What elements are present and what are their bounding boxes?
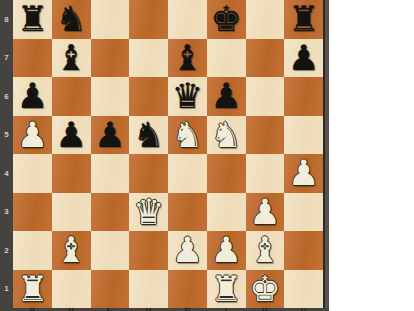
- square-f2[interactable]: ♟: [207, 231, 246, 270]
- square-f6[interactable]: ♟: [207, 77, 246, 116]
- square-d4[interactable]: [129, 154, 168, 193]
- black-pawn-icon: ♟: [210, 77, 241, 115]
- square-c7[interactable]: [91, 39, 130, 78]
- square-a3[interactable]: [13, 193, 52, 232]
- white-pawn-icon: ♟: [17, 116, 48, 154]
- square-b6[interactable]: [52, 77, 91, 116]
- white-pawn-icon: ♟: [249, 193, 280, 231]
- white-bishop-icon: ♝: [249, 231, 280, 269]
- square-b5[interactable]: ♟: [52, 116, 91, 155]
- square-e7[interactable]: ♝: [168, 39, 207, 78]
- square-g5[interactable]: [246, 116, 285, 155]
- square-d5[interactable]: ♞: [129, 116, 168, 155]
- square-e6[interactable]: ♛: [168, 77, 207, 116]
- square-c6[interactable]: [91, 77, 130, 116]
- rank-label-4: 4: [0, 154, 13, 193]
- square-e8[interactable]: [168, 0, 207, 39]
- square-a2[interactable]: [13, 231, 52, 270]
- square-f8[interactable]: ♚: [207, 0, 246, 39]
- chess-diagram: 87654321 ♜♞♚♜♝♝♟♟♛♟♟♟♟♞♞♞♟♛♟♝♟♟♝♜♜♚ abcd…: [0, 0, 414, 311]
- board-right-border: [323, 0, 329, 311]
- black-king-icon: ♚: [210, 0, 241, 38]
- rank-labels: 87654321: [0, 0, 13, 308]
- square-g2[interactable]: ♝: [246, 231, 285, 270]
- white-rook-icon: ♜: [210, 270, 241, 308]
- square-b2[interactable]: ♝: [52, 231, 91, 270]
- square-b7[interactable]: ♝: [52, 39, 91, 78]
- square-a7[interactable]: [13, 39, 52, 78]
- black-knight-icon: ♞: [133, 116, 164, 154]
- black-pawn-icon: ♟: [288, 39, 319, 77]
- square-a5[interactable]: ♟: [13, 116, 52, 155]
- square-c2[interactable]: [91, 231, 130, 270]
- square-d2[interactable]: [129, 231, 168, 270]
- black-pawn-icon: ♟: [94, 116, 125, 154]
- square-a8[interactable]: ♜: [13, 0, 52, 39]
- square-h3[interactable]: [284, 193, 323, 232]
- square-f7[interactable]: [207, 39, 246, 78]
- board-right-border-bar: [325, 0, 329, 311]
- square-b4[interactable]: [52, 154, 91, 193]
- square-g8[interactable]: [246, 0, 285, 39]
- square-e4[interactable]: [168, 154, 207, 193]
- black-knight-icon: ♞: [55, 0, 86, 38]
- black-rook-icon: ♜: [288, 0, 319, 38]
- white-pawn-icon: ♟: [210, 231, 241, 269]
- square-h1[interactable]: [284, 270, 323, 309]
- square-e2[interactable]: ♟: [168, 231, 207, 270]
- square-c5[interactable]: ♟: [91, 116, 130, 155]
- black-queen-icon: ♛: [172, 77, 203, 115]
- square-e5[interactable]: ♞: [168, 116, 207, 155]
- square-f1[interactable]: ♜: [207, 270, 246, 309]
- square-a4[interactable]: [13, 154, 52, 193]
- square-d6[interactable]: [129, 77, 168, 116]
- square-g3[interactable]: ♟: [246, 193, 285, 232]
- square-c8[interactable]: [91, 0, 130, 39]
- square-e3[interactable]: [168, 193, 207, 232]
- square-e1[interactable]: [168, 270, 207, 309]
- square-a1[interactable]: ♜: [13, 270, 52, 309]
- rank-label-3: 3: [0, 193, 13, 232]
- white-rook-icon: ♜: [17, 270, 48, 308]
- square-h6[interactable]: [284, 77, 323, 116]
- square-h7[interactable]: ♟: [284, 39, 323, 78]
- rank-label-8: 8: [0, 0, 13, 39]
- square-d7[interactable]: [129, 39, 168, 78]
- rank-label-7: 7: [0, 39, 13, 78]
- square-d3[interactable]: ♛: [129, 193, 168, 232]
- square-h2[interactable]: [284, 231, 323, 270]
- white-knight-icon: ♞: [172, 116, 203, 154]
- square-b3[interactable]: [52, 193, 91, 232]
- square-h5[interactable]: [284, 116, 323, 155]
- black-bishop-icon: ♝: [55, 39, 86, 77]
- black-bishop-icon: ♝: [172, 39, 203, 77]
- rank-label-1: 1: [0, 270, 13, 309]
- square-g7[interactable]: [246, 39, 285, 78]
- square-b1[interactable]: [52, 270, 91, 309]
- black-pawn-icon: ♟: [17, 77, 48, 115]
- black-pawn-icon: ♟: [55, 116, 86, 154]
- square-a6[interactable]: ♟: [13, 77, 52, 116]
- square-d8[interactable]: [129, 0, 168, 39]
- white-pawn-icon: ♟: [288, 154, 319, 192]
- white-queen-icon: ♛: [133, 193, 164, 231]
- square-b8[interactable]: ♞: [52, 0, 91, 39]
- square-c4[interactable]: [91, 154, 130, 193]
- square-h8[interactable]: ♜: [284, 0, 323, 39]
- white-bishop-icon: ♝: [55, 231, 86, 269]
- square-f4[interactable]: [207, 154, 246, 193]
- square-g6[interactable]: [246, 77, 285, 116]
- rank-label-2: 2: [0, 231, 13, 270]
- square-g4[interactable]: [246, 154, 285, 193]
- black-rook-icon: ♜: [17, 0, 48, 38]
- rank-label-6: 6: [0, 77, 13, 116]
- white-knight-icon: ♞: [210, 116, 241, 154]
- white-king-icon: ♚: [249, 270, 280, 308]
- square-f3[interactable]: [207, 193, 246, 232]
- square-c1[interactable]: [91, 270, 130, 309]
- square-h4[interactable]: ♟: [284, 154, 323, 193]
- rank-label-5: 5: [0, 116, 13, 155]
- square-d1[interactable]: [129, 270, 168, 309]
- square-c3[interactable]: [91, 193, 130, 232]
- square-g1[interactable]: ♚: [246, 270, 285, 309]
- white-pawn-icon: ♟: [172, 231, 203, 269]
- square-f5[interactable]: ♞: [207, 116, 246, 155]
- chess-board: ♜♞♚♜♝♝♟♟♛♟♟♟♟♞♞♞♟♛♟♝♟♟♝♜♜♚: [13, 0, 323, 308]
